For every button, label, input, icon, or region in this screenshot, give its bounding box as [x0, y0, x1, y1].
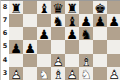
white-knight-c3-outline: ♘ [37, 68, 51, 80]
square-e4[interactable] [65, 54, 79, 67]
square-f3[interactable]: ♞♘ [79, 67, 93, 80]
square-f5[interactable] [79, 40, 93, 53]
square-c8[interactable]: ♝ [37, 1, 51, 14]
square-c7[interactable] [37, 14, 51, 27]
square-e6[interactable]: ♟ [65, 27, 79, 40]
white-bishop-d3-outline: ♗ [51, 68, 65, 80]
square-a4[interactable] [9, 54, 23, 67]
square-d5[interactable] [51, 40, 65, 53]
white-knight-c3: ♞ [37, 68, 51, 80]
square-a7[interactable] [9, 14, 23, 27]
square-c5[interactable] [37, 40, 51, 53]
square-f7[interactable]: ♟ [79, 14, 93, 27]
white-knight-f3-outline: ♘ [79, 68, 93, 80]
rank-label-8: 8 [1, 1, 9, 14]
square-g5[interactable] [93, 40, 107, 53]
square-d7[interactable]: ♞ [51, 14, 65, 27]
rank-label-4: 4 [1, 54, 9, 67]
square-h5[interactable] [107, 40, 120, 53]
square-h8[interactable] [107, 1, 120, 14]
white-pawn-a3-outline: ♙ [9, 68, 23, 80]
rank-labels-gutter: 876543 [1, 1, 9, 80]
square-a6[interactable] [9, 27, 23, 40]
square-f8[interactable] [79, 1, 93, 14]
square-a8[interactable]: ♜ [9, 1, 23, 14]
white-pawn-h3: ♟ [107, 68, 120, 80]
square-e5[interactable] [65, 40, 79, 53]
square-c3[interactable]: ♞♘ [37, 67, 51, 80]
white-knight-f3: ♞ [79, 68, 93, 80]
rank-label-6: 6 [1, 27, 9, 40]
square-b4[interactable] [23, 54, 37, 67]
square-g6[interactable] [93, 27, 107, 40]
rank-label-5: 5 [1, 40, 9, 53]
square-d4[interactable]: ♟♙ [51, 54, 65, 67]
square-f4[interactable]: ♝♗ [79, 54, 93, 67]
white-pawn-e3-outline: ♙ [65, 68, 79, 80]
white-bishop-d3: ♝ [51, 68, 65, 80]
square-b7[interactable] [23, 14, 37, 27]
square-g8[interactable]: ♚ [93, 1, 107, 14]
square-f6[interactable]: ♞ [79, 27, 93, 40]
square-e3[interactable]: ♟♙ [65, 67, 79, 80]
square-g4[interactable] [93, 54, 107, 67]
square-h4[interactable] [107, 54, 120, 67]
square-d3[interactable]: ♝♗ [51, 67, 65, 80]
square-c6[interactable]: ♟ [37, 27, 51, 40]
square-d8[interactable]: ♛ [51, 1, 65, 14]
square-a5[interactable]: ♟ [9, 40, 23, 53]
square-g3[interactable] [93, 67, 107, 80]
chess-diagram: 876543 ♜♝♛♜♚♞♝♟♟♟♟♟♞♟♟♟♙♝♗♟♙♞♘♝♗♟♙♞♘♟♙ [0, 0, 120, 80]
square-c4[interactable] [37, 54, 51, 67]
rank-label-3: 3 [1, 67, 9, 80]
square-e7[interactable]: ♝ [65, 14, 79, 27]
square-a3[interactable]: ♟♙ [9, 67, 23, 80]
white-pawn-e3: ♟ [65, 68, 79, 80]
square-h7[interactable]: ♟ [107, 14, 120, 27]
square-d6[interactable] [51, 27, 65, 40]
square-b3[interactable] [23, 67, 37, 80]
square-h6[interactable] [107, 27, 120, 40]
white-pawn-a3: ♟ [9, 68, 23, 80]
square-h3[interactable]: ♟♙ [107, 67, 120, 80]
square-b6[interactable] [23, 27, 37, 40]
square-e8[interactable]: ♜ [65, 1, 79, 14]
square-b5[interactable]: ♟ [23, 40, 37, 53]
rank-label-7: 7 [1, 14, 9, 27]
chess-board: ♜♝♛♜♚♞♝♟♟♟♟♟♞♟♟♟♙♝♗♟♙♞♘♝♗♟♙♞♘♟♙ [9, 1, 120, 80]
white-pawn-h3-outline: ♙ [107, 68, 120, 80]
square-b8[interactable] [23, 1, 37, 14]
square-g7[interactable]: ♟ [93, 14, 107, 27]
